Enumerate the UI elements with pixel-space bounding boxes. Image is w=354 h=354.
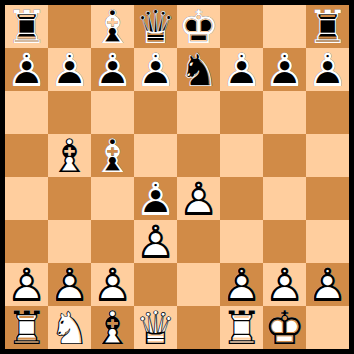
piece-outline-layer: ♙	[263, 48, 306, 91]
piece-fill-layer: ♚	[177, 5, 220, 48]
piece-fill-layer: ♟	[263, 263, 306, 306]
piece-fill-layer: ♟	[177, 177, 220, 220]
piece-outline-layer: ♙	[134, 48, 177, 91]
square-e8[interactable]: ♚♔	[177, 5, 220, 48]
square-c4[interactable]	[91, 177, 134, 220]
piece-outline-layer: ♔	[263, 306, 306, 349]
chess-board: ♜♖♝♗♛♕♚♔♜♖♟♙♟♙♟♙♟♙♞♘♟♙♟♙♟♙♝♗♝♗♟♙♟♙♟♙♟♙♟♙…	[5, 5, 349, 349]
square-d2[interactable]	[134, 263, 177, 306]
square-d7[interactable]: ♟♙	[134, 48, 177, 91]
square-b7[interactable]: ♟♙	[48, 48, 91, 91]
piece-outline-layer: ♙	[263, 263, 306, 306]
piece-fill-layer: ♝	[48, 134, 91, 177]
square-d8[interactable]: ♛♕	[134, 5, 177, 48]
white-queen[interactable]: ♛♕	[134, 306, 177, 349]
black-queen[interactable]: ♛♕	[134, 5, 177, 48]
piece-fill-layer: ♟	[263, 48, 306, 91]
piece-outline-layer: ♕	[134, 5, 177, 48]
square-d4[interactable]: ♟♙	[134, 177, 177, 220]
piece-fill-layer: ♝	[91, 134, 134, 177]
piece-fill-layer: ♝	[91, 5, 134, 48]
square-a5[interactable]	[5, 134, 48, 177]
black-pawn[interactable]: ♟♙	[306, 48, 349, 91]
piece-outline-layer: ♗	[91, 306, 134, 349]
square-d6[interactable]	[134, 91, 177, 134]
piece-outline-layer: ♖	[5, 5, 48, 48]
white-pawn[interactable]: ♟♙	[134, 220, 177, 263]
square-f2[interactable]: ♟♙	[220, 263, 263, 306]
square-f5[interactable]	[220, 134, 263, 177]
white-pawn[interactable]: ♟♙	[220, 263, 263, 306]
square-b2[interactable]: ♟♙	[48, 263, 91, 306]
square-c7[interactable]: ♟♙	[91, 48, 134, 91]
square-e2[interactable]	[177, 263, 220, 306]
square-d5[interactable]	[134, 134, 177, 177]
piece-outline-layer: ♙	[48, 48, 91, 91]
piece-fill-layer: ♜	[220, 306, 263, 349]
white-pawn[interactable]: ♟♙	[5, 263, 48, 306]
square-a4[interactable]	[5, 177, 48, 220]
piece-fill-layer: ♟	[134, 177, 177, 220]
piece-fill-layer: ♝	[91, 306, 134, 349]
square-f4[interactable]	[220, 177, 263, 220]
square-c1[interactable]: ♝♗	[91, 306, 134, 349]
square-e5[interactable]	[177, 134, 220, 177]
square-b5[interactable]: ♝♗	[48, 134, 91, 177]
black-bishop[interactable]: ♝♗	[91, 134, 134, 177]
white-pawn[interactable]: ♟♙	[177, 177, 220, 220]
black-bishop[interactable]: ♝♗	[91, 5, 134, 48]
piece-fill-layer: ♟	[48, 48, 91, 91]
square-g8[interactable]	[263, 5, 306, 48]
piece-outline-layer: ♙	[91, 48, 134, 91]
board-frame: ♜♖♝♗♛♕♚♔♜♖♟♙♟♙♟♙♟♙♞♘♟♙♟♙♟♙♝♗♝♗♟♙♟♙♟♙♟♙♟♙…	[0, 0, 354, 354]
square-e3[interactable]	[177, 220, 220, 263]
piece-fill-layer: ♜	[5, 306, 48, 349]
square-h2[interactable]: ♟♙	[306, 263, 349, 306]
square-h3[interactable]	[306, 220, 349, 263]
white-bishop[interactable]: ♝♗	[48, 134, 91, 177]
piece-fill-layer: ♟	[306, 263, 349, 306]
piece-outline-layer: ♖	[306, 5, 349, 48]
piece-outline-layer: ♙	[306, 263, 349, 306]
piece-fill-layer: ♟	[5, 48, 48, 91]
black-pawn[interactable]: ♟♙	[263, 48, 306, 91]
square-c3[interactable]	[91, 220, 134, 263]
piece-outline-layer: ♗	[91, 134, 134, 177]
square-b4[interactable]	[48, 177, 91, 220]
white-pawn[interactable]: ♟♙	[263, 263, 306, 306]
piece-fill-layer: ♜	[5, 5, 48, 48]
white-bishop[interactable]: ♝♗	[91, 306, 134, 349]
piece-fill-layer: ♜	[306, 5, 349, 48]
white-pawn[interactable]: ♟♙	[91, 263, 134, 306]
square-f6[interactable]	[220, 91, 263, 134]
white-rook[interactable]: ♜♖	[220, 306, 263, 349]
square-b3[interactable]	[48, 220, 91, 263]
white-rook[interactable]: ♜♖	[5, 306, 48, 349]
square-a3[interactable]	[5, 220, 48, 263]
square-c5[interactable]: ♝♗	[91, 134, 134, 177]
square-f3[interactable]	[220, 220, 263, 263]
square-d3[interactable]: ♟♙	[134, 220, 177, 263]
square-g5[interactable]	[263, 134, 306, 177]
square-f7[interactable]: ♟♙	[220, 48, 263, 91]
piece-outline-layer: ♙	[5, 48, 48, 91]
square-g1[interactable]: ♚♔	[263, 306, 306, 349]
black-pawn[interactable]: ♟♙	[134, 177, 177, 220]
square-e1[interactable]	[177, 306, 220, 349]
piece-outline-layer: ♘	[48, 306, 91, 349]
black-pawn[interactable]: ♟♙	[134, 48, 177, 91]
square-h4[interactable]	[306, 177, 349, 220]
square-d1[interactable]: ♛♕	[134, 306, 177, 349]
white-pawn[interactable]: ♟♙	[306, 263, 349, 306]
square-e6[interactable]	[177, 91, 220, 134]
square-g7[interactable]: ♟♙	[263, 48, 306, 91]
black-knight[interactable]: ♞♘	[177, 48, 220, 91]
square-f1[interactable]: ♜♖	[220, 306, 263, 349]
black-pawn[interactable]: ♟♙	[48, 48, 91, 91]
square-c6[interactable]	[91, 91, 134, 134]
square-e4[interactable]: ♟♙	[177, 177, 220, 220]
piece-fill-layer: ♟	[48, 263, 91, 306]
piece-fill-layer: ♟	[306, 48, 349, 91]
piece-fill-layer: ♟	[220, 48, 263, 91]
piece-outline-layer: ♗	[48, 134, 91, 177]
piece-fill-layer: ♛	[134, 5, 177, 48]
square-g4[interactable]	[263, 177, 306, 220]
square-h8[interactable]: ♜♖	[306, 5, 349, 48]
piece-outline-layer: ♙	[177, 177, 220, 220]
white-knight[interactable]: ♞♘	[48, 306, 91, 349]
piece-fill-layer: ♟	[91, 48, 134, 91]
black-pawn[interactable]: ♟♙	[91, 48, 134, 91]
black-king[interactable]: ♚♔	[177, 5, 220, 48]
piece-outline-layer: ♖	[220, 306, 263, 349]
square-a8[interactable]: ♜♖	[5, 5, 48, 48]
square-f8[interactable]	[220, 5, 263, 48]
black-pawn[interactable]: ♟♙	[5, 48, 48, 91]
piece-fill-layer: ♟	[134, 48, 177, 91]
square-g3[interactable]	[263, 220, 306, 263]
black-rook[interactable]: ♜♖	[5, 5, 48, 48]
square-g2[interactable]: ♟♙	[263, 263, 306, 306]
square-a6[interactable]	[5, 91, 48, 134]
black-pawn[interactable]: ♟♙	[220, 48, 263, 91]
piece-fill-layer: ♛	[134, 306, 177, 349]
piece-outline-layer: ♙	[134, 177, 177, 220]
piece-outline-layer: ♙	[91, 263, 134, 306]
piece-outline-layer: ♖	[5, 306, 48, 349]
piece-outline-layer: ♙	[306, 48, 349, 91]
piece-outline-layer: ♙	[48, 263, 91, 306]
piece-fill-layer: ♚	[263, 306, 306, 349]
piece-fill-layer: ♟	[134, 220, 177, 263]
piece-fill-layer: ♟	[220, 263, 263, 306]
square-b6[interactable]	[48, 91, 91, 134]
square-c8[interactable]: ♝♗	[91, 5, 134, 48]
piece-outline-layer: ♕	[134, 306, 177, 349]
square-c2[interactable]: ♟♙	[91, 263, 134, 306]
piece-fill-layer: ♟	[91, 263, 134, 306]
square-a7[interactable]: ♟♙	[5, 48, 48, 91]
piece-outline-layer: ♙	[220, 48, 263, 91]
piece-outline-layer: ♙	[134, 220, 177, 263]
square-a1[interactable]: ♜♖	[5, 306, 48, 349]
piece-outline-layer: ♗	[91, 5, 134, 48]
piece-outline-layer: ♙	[220, 263, 263, 306]
white-pawn[interactable]: ♟♙	[48, 263, 91, 306]
black-rook[interactable]: ♜♖	[306, 5, 349, 48]
piece-fill-layer: ♟	[5, 263, 48, 306]
white-king[interactable]: ♚♔	[263, 306, 306, 349]
square-a2[interactable]: ♟♙	[5, 263, 48, 306]
piece-outline-layer: ♔	[177, 5, 220, 48]
square-h1[interactable]	[306, 306, 349, 349]
square-h6[interactable]	[306, 91, 349, 134]
piece-fill-layer: ♞	[48, 306, 91, 349]
square-b1[interactable]: ♞♘	[48, 306, 91, 349]
piece-fill-layer: ♞	[177, 48, 220, 91]
square-e7[interactable]: ♞♘	[177, 48, 220, 91]
piece-outline-layer: ♘	[177, 48, 220, 91]
square-h5[interactable]	[306, 134, 349, 177]
square-b8[interactable]	[48, 5, 91, 48]
square-h7[interactable]: ♟♙	[306, 48, 349, 91]
square-g6[interactable]	[263, 91, 306, 134]
piece-outline-layer: ♙	[5, 263, 48, 306]
